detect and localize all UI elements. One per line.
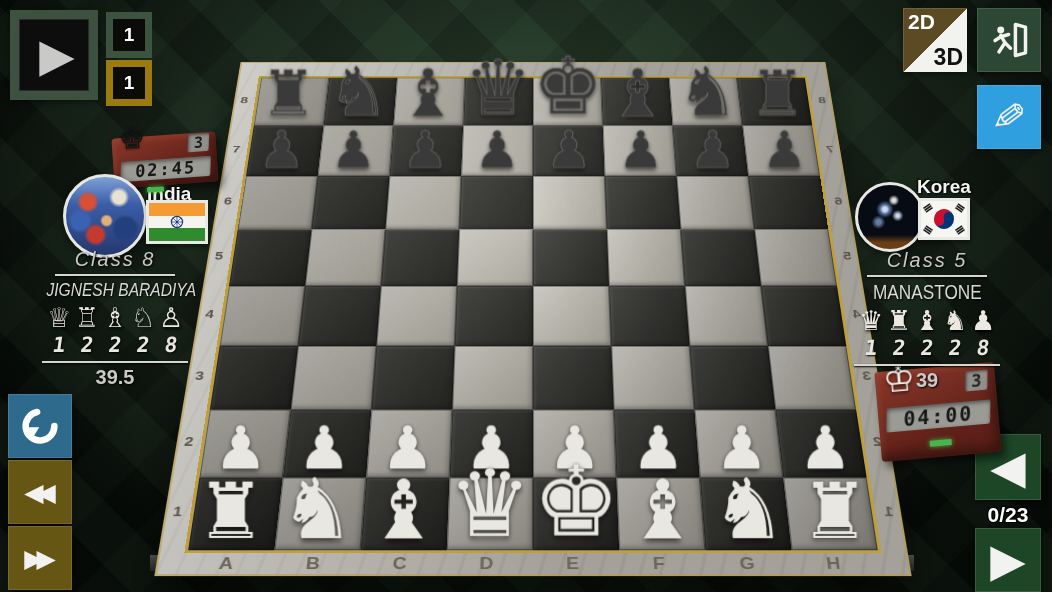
square-e3[interactable]	[533, 346, 614, 410]
white-material-icon-3: ♞	[941, 306, 969, 336]
black-material-icon-1: ♖	[73, 303, 101, 333]
white-material-icon-1: ♜	[885, 306, 913, 336]
white-material-count-3: 2	[939, 336, 970, 360]
square-e8[interactable]: ♚	[533, 78, 603, 126]
square-f7[interactable]: ♟	[603, 126, 677, 176]
white-material-icon-4: ♟	[969, 306, 997, 336]
black-material-icon-2: ♗	[101, 303, 129, 333]
black-player-class: Class 8	[30, 248, 200, 271]
rewind-button[interactable]: ◀◀	[8, 460, 72, 524]
square-h6[interactable]	[748, 176, 828, 229]
square-c8[interactable]: ♝	[393, 78, 465, 126]
exit-game-button[interactable]	[977, 8, 1041, 72]
rank-label-right-8: 8	[817, 94, 826, 105]
white-material-count-4: 8	[967, 336, 998, 360]
white-queen-d1[interactable]: ♛	[448, 460, 531, 548]
taegeuk-icon	[921, 201, 967, 237]
black-queen-d8[interactable]: ♛	[464, 52, 532, 124]
white-material-icon-2: ♝	[913, 306, 941, 336]
white-player-country: Korea	[917, 176, 971, 198]
score-counter-green-value: 1	[124, 24, 135, 46]
white-material-icon-0: ♛	[857, 306, 885, 336]
square-a1[interactable]: ♜	[188, 478, 283, 550]
rank-label-left-4: 4	[204, 307, 215, 320]
square-b1[interactable]: ♞	[274, 478, 366, 550]
file-label-H: H	[825, 554, 842, 574]
square-g6[interactable]	[677, 176, 755, 229]
white-player-panel: Class 5 MANASTONE ♛♜♝♞♟ 12228 39	[843, 249, 1011, 392]
play-button[interactable]: ▶	[10, 10, 98, 100]
white-material-counts: 12228	[843, 336, 1011, 360]
square-d7[interactable]: ♟	[461, 126, 533, 176]
score-counter-green: 1	[106, 12, 152, 58]
black-knight-g8[interactable]: ♞	[677, 59, 738, 124]
black-bishop-f8[interactable]: ♝	[608, 61, 667, 124]
fast-forward-button[interactable]: ▶▶	[8, 526, 72, 590]
square-e1[interactable]: ♚	[533, 478, 619, 550]
square-c5[interactable]	[381, 229, 459, 286]
exit-run-icon	[987, 18, 1031, 62]
divider	[867, 275, 987, 277]
square-a5[interactable]	[229, 229, 312, 286]
square-h1[interactable]: ♜	[783, 478, 878, 550]
white-material-icons: ♛♜♝♞♟	[843, 306, 1011, 336]
square-h4[interactable]	[761, 286, 846, 346]
black-clock-counter: 3	[188, 133, 210, 153]
square-g1[interactable]: ♞	[700, 478, 792, 550]
square-e4[interactable]	[533, 286, 611, 346]
square-c4[interactable]	[376, 286, 457, 346]
black-material-counts: 12228	[30, 333, 200, 357]
square-g8[interactable]: ♞	[669, 78, 742, 126]
square-b3[interactable]	[291, 346, 377, 410]
white-material-count-2: 2	[911, 336, 942, 360]
white-bishop-c1[interactable]: ♝	[367, 471, 440, 549]
edit-notation-button[interactable]: ✎	[977, 85, 1041, 149]
rank-label-left-8: 8	[240, 94, 249, 105]
white-rook-h1[interactable]: ♜	[800, 475, 869, 548]
white-king-e1[interactable]: ♚	[532, 456, 620, 549]
white-rook-a1[interactable]: ♜	[196, 475, 265, 548]
square-d6[interactable]	[459, 176, 533, 229]
square-h8[interactable]: ♜	[737, 78, 812, 126]
black-material-count-0: 1	[43, 333, 74, 357]
file-label-G: G	[739, 554, 756, 574]
score-counter-gold: 1	[106, 60, 152, 106]
square-b8[interactable]: ♞	[324, 78, 397, 126]
square-f5[interactable]	[607, 229, 685, 286]
black-king-clock-icon: ♚	[117, 119, 188, 154]
rank-label-right-7: 7	[825, 143, 835, 154]
square-c6[interactable]	[385, 176, 461, 229]
square-b5[interactable]	[305, 229, 385, 286]
korea-flag-icon	[918, 198, 970, 240]
square-d1[interactable]: ♛	[447, 478, 533, 550]
rotate-board-button[interactable]	[8, 394, 72, 458]
square-g5[interactable]	[681, 229, 761, 286]
square-e6[interactable]	[533, 176, 607, 229]
play-icon: ▶	[39, 28, 74, 82]
file-label-D: D	[479, 554, 493, 574]
white-material-total: 39	[843, 369, 1011, 392]
score-counter-gold-value: 1	[124, 72, 135, 94]
black-material-count-4: 8	[155, 333, 186, 357]
square-e5[interactable]	[533, 229, 609, 286]
square-a6[interactable]	[238, 176, 318, 229]
square-g3[interactable]	[690, 346, 776, 410]
black-rook-a8[interactable]: ♜	[260, 65, 316, 124]
black-material-count-3: 2	[127, 333, 158, 357]
view-3d-label: 3D	[934, 44, 963, 71]
divider	[854, 364, 1000, 366]
black-pawn-f7[interactable]: ♟	[618, 126, 664, 174]
square-d5[interactable]	[457, 229, 533, 286]
black-bishop-c8[interactable]: ♝	[399, 61, 458, 124]
move-counter: 0/23	[968, 503, 1048, 527]
white-material-count-0: 1	[855, 336, 886, 360]
black-pawn-b7[interactable]: ♟	[331, 126, 377, 174]
square-e7[interactable]: ♟	[533, 126, 605, 176]
india-flag-icon	[146, 200, 208, 244]
square-a3[interactable]	[210, 346, 298, 410]
black-pawn-d7[interactable]: ♟	[474, 126, 520, 174]
file-label-A: A	[218, 554, 235, 574]
black-pawn-c7[interactable]: ♟	[402, 126, 448, 174]
square-g4[interactable]	[685, 286, 768, 346]
black-player-avatar	[63, 174, 147, 258]
board-frame: ♜♞♝♛♚♝♞♜♟♟♟♟♟♟♟♟♟♟♟♟♟♟♟♟♜♞♝♛♚♝♞♜ 8877665…	[154, 62, 911, 576]
square-b7[interactable]: ♟	[318, 126, 394, 176]
rank-label-right-6: 6	[833, 195, 843, 207]
white-clock-active-led	[929, 439, 951, 447]
black-king-e8[interactable]: ♚	[532, 49, 603, 124]
rank-label-right-1: 1	[882, 503, 894, 519]
square-b4[interactable]	[298, 286, 381, 346]
square-f4[interactable]	[609, 286, 690, 346]
white-clock-time: 04:00	[886, 399, 990, 432]
square-f1[interactable]: ♝	[616, 478, 705, 550]
square-f3[interactable]	[611, 346, 694, 410]
square-a4[interactable]	[220, 286, 305, 346]
fast-forward-icon: ▶▶	[24, 544, 55, 573]
black-material-count-1: 2	[71, 333, 102, 357]
white-player-avatar	[855, 182, 925, 252]
white-player-class: Class 5	[843, 249, 1011, 272]
square-f8[interactable]: ♝	[601, 78, 673, 126]
square-d4[interactable]	[455, 286, 533, 346]
white-knight-b1[interactable]: ♞	[280, 469, 355, 549]
rank-label-left-2: 2	[183, 433, 194, 448]
black-rook-h8[interactable]: ♜	[750, 65, 806, 124]
square-a8[interactable]: ♜	[254, 78, 329, 126]
file-label-E: E	[566, 554, 579, 574]
rotate-icon	[17, 403, 63, 449]
square-b6[interactable]	[312, 176, 390, 229]
black-pawn-a7[interactable]: ♟	[259, 126, 305, 174]
square-h7[interactable]: ♟	[742, 126, 820, 176]
view-2d-label: 2D	[908, 10, 935, 34]
black-pawn-e7[interactable]: ♟	[546, 126, 592, 174]
white-bishop-f1[interactable]: ♝	[626, 471, 699, 549]
divider	[55, 274, 175, 276]
file-label-B: B	[305, 554, 321, 574]
black-material-count-2: 2	[99, 333, 130, 357]
white-player-name: MANASTONE	[843, 280, 1011, 304]
black-player-name: JIGNESH BARADIYA	[30, 279, 200, 301]
rank-label-left-7: 7	[232, 143, 242, 154]
black-material-icon-0: ♕	[45, 303, 73, 333]
square-h5[interactable]	[754, 229, 837, 286]
square-c7[interactable]: ♟	[389, 126, 463, 176]
rewind-icon: ◀◀	[24, 478, 55, 507]
square-g7[interactable]: ♟	[673, 126, 749, 176]
black-material-icon-4: ♙	[157, 303, 185, 333]
rank-label-left-1: 1	[172, 503, 184, 519]
black-knight-b8[interactable]: ♞	[328, 59, 389, 124]
square-a7[interactable]: ♟	[246, 126, 324, 176]
next-move-button[interactable]: ▶	[975, 528, 1041, 592]
file-label-F: F	[652, 554, 665, 574]
file-label-C: C	[392, 554, 407, 574]
rank-label-left-5: 5	[214, 249, 224, 262]
black-pawn-g7[interactable]: ♟	[690, 126, 736, 174]
square-d8[interactable]: ♛	[463, 78, 533, 126]
rank-label-left-6: 6	[223, 195, 233, 207]
board-squares: ♜♞♝♛♚♝♞♜♟♟♟♟♟♟♟♟♟♟♟♟♟♟♟♟♜♞♝♛♚♝♞♜	[184, 76, 881, 553]
square-f6[interactable]	[605, 176, 681, 229]
pencil-icon: ✎	[989, 92, 1029, 142]
square-c1[interactable]: ♝	[361, 478, 450, 550]
black-material-total: 39.5	[30, 366, 200, 389]
black-material-icons: ♕♖♗♘♙	[30, 303, 200, 333]
white-knight-g1[interactable]: ♞	[711, 469, 786, 549]
white-material-count-1: 2	[883, 336, 914, 360]
square-d3[interactable]	[452, 346, 533, 410]
ashoka-chakra-icon	[170, 215, 184, 229]
game-stage: ♜♞♝♛♚♝♞♜♟♟♟♟♟♟♟♟♟♟♟♟♟♟♟♟♜♞♝♛♚♝♞♜ 8877665…	[0, 0, 1052, 592]
divider	[42, 361, 188, 363]
next-move-icon: ▶	[990, 533, 1025, 587]
black-material-icon-3: ♘	[129, 303, 157, 333]
square-c3[interactable]	[371, 346, 454, 410]
black-clock-time: 02:45	[120, 156, 210, 182]
view-2d3d-toggle-button[interactable]: 2D 3D	[903, 8, 967, 72]
black-player-panel: Class 8 JIGNESH BARADIYA ♕♖♗♘♙ 12228 39.…	[30, 248, 200, 389]
black-pawn-h7[interactable]: ♟	[761, 126, 807, 174]
